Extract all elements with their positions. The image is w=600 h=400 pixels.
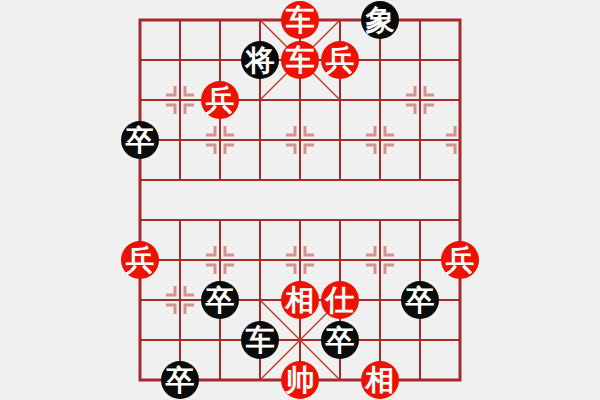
- piece-red-soldier[interactable]: 兵: [441, 241, 479, 279]
- xiangqi-board[interactable]: 车象将车兵兵卒兵兵卒相仕卒车卒卒帅相: [0, 0, 600, 400]
- piece-red-general[interactable]: 帅: [281, 361, 319, 399]
- piece-red-soldier[interactable]: 兵: [201, 81, 239, 119]
- piece-black-general[interactable]: 将: [241, 41, 279, 79]
- piece-black-elephant[interactable]: 象: [361, 1, 399, 39]
- piece-black-chariot[interactable]: 车: [241, 321, 279, 359]
- piece-black-soldier[interactable]: 卒: [321, 321, 359, 359]
- piece-red-chariot[interactable]: 车: [281, 41, 319, 79]
- piece-black-soldier[interactable]: 卒: [401, 281, 439, 319]
- piece-black-soldier[interactable]: 卒: [121, 121, 159, 159]
- piece-red-soldier[interactable]: 兵: [121, 241, 159, 279]
- piece-black-soldier[interactable]: 卒: [161, 361, 199, 399]
- piece-red-elephant[interactable]: 相: [361, 361, 399, 399]
- piece-red-soldier[interactable]: 兵: [321, 41, 359, 79]
- piece-black-soldier[interactable]: 卒: [201, 281, 239, 319]
- piece-red-chariot[interactable]: 车: [281, 1, 319, 39]
- piece-red-elephant[interactable]: 相: [281, 281, 319, 319]
- piece-red-advisor[interactable]: 仕: [321, 281, 359, 319]
